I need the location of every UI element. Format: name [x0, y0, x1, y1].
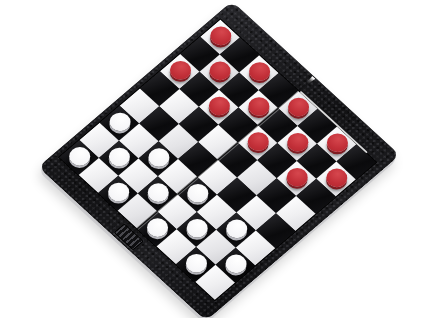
travel-checkers-wallet-frame — [38, 1, 400, 318]
product-photo-scene — [0, 0, 423, 318]
